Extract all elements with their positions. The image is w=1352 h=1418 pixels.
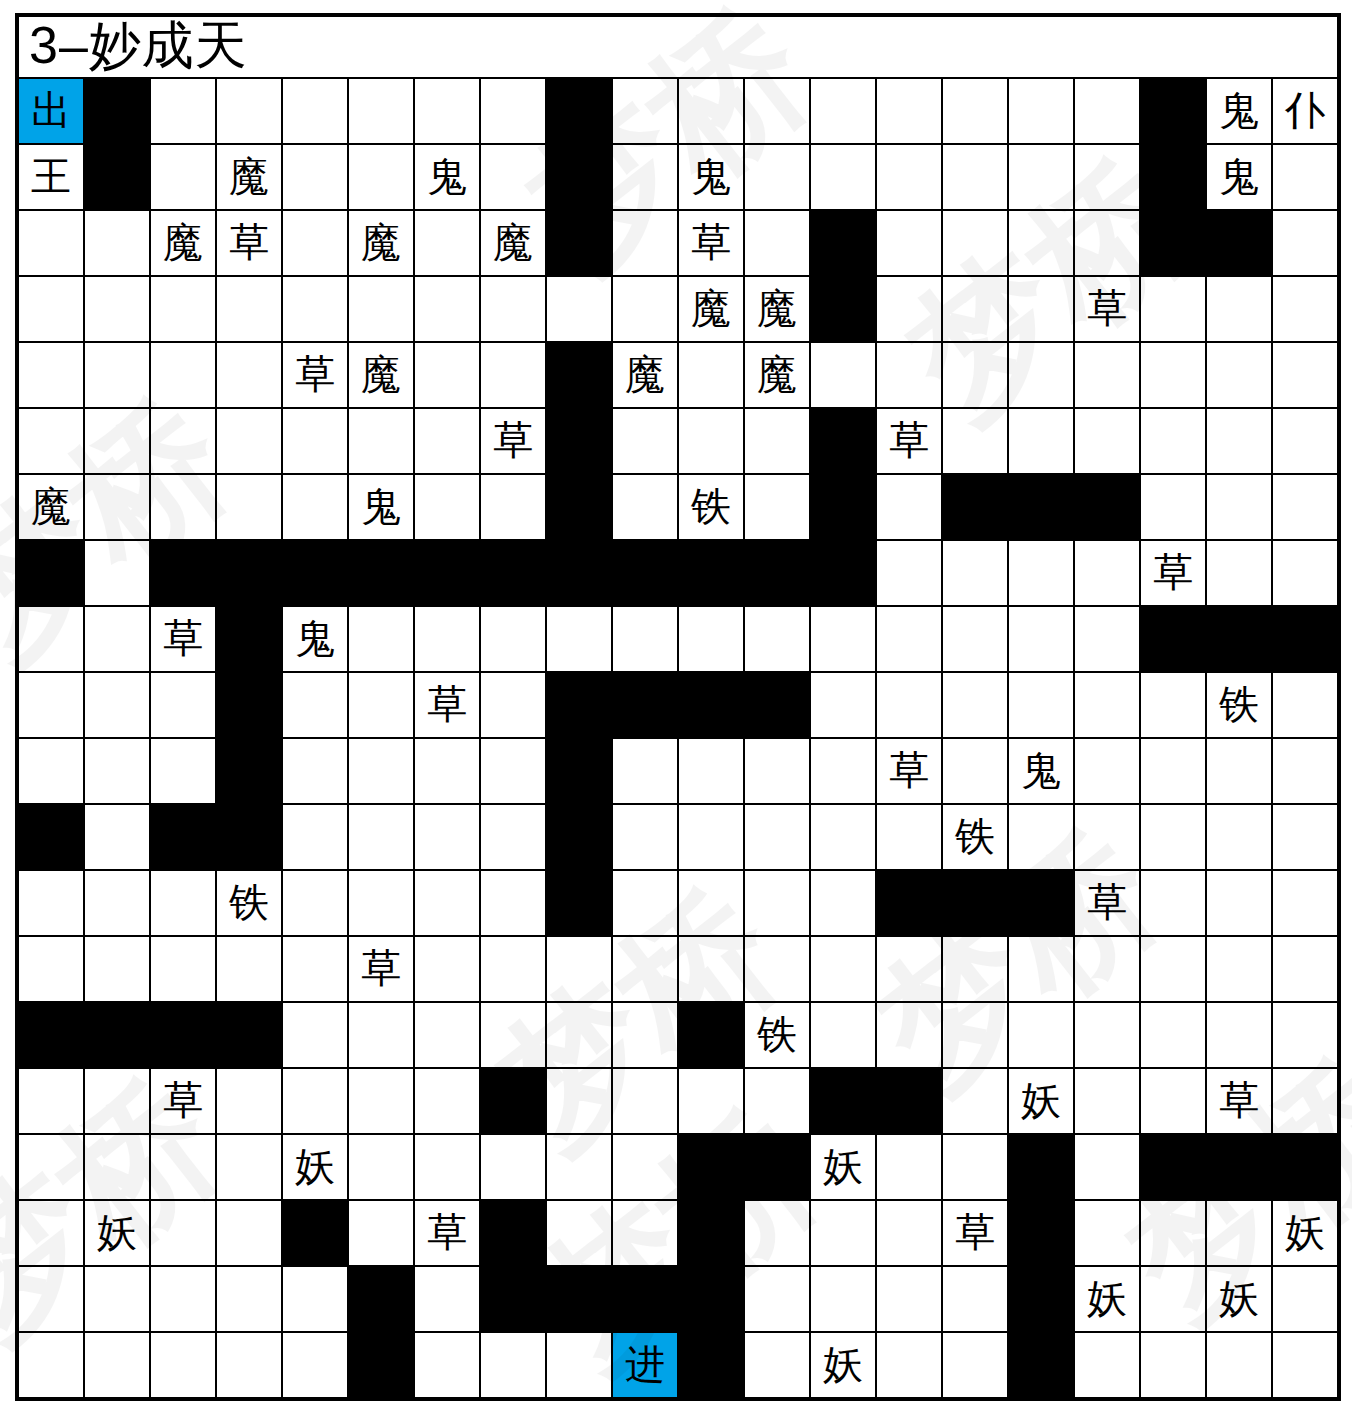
wall-cell xyxy=(217,673,281,737)
empty-cell xyxy=(85,409,149,473)
empty-cell xyxy=(283,937,347,1001)
empty-cell xyxy=(349,277,413,341)
wall-cell xyxy=(349,1267,413,1331)
marker-cell-魔: 魔 xyxy=(151,211,215,275)
empty-cell xyxy=(1273,673,1337,737)
empty-cell xyxy=(745,871,809,935)
empty-cell xyxy=(1273,1333,1337,1397)
empty-cell xyxy=(613,1201,677,1265)
empty-cell xyxy=(547,277,611,341)
empty-cell xyxy=(943,409,1007,473)
empty-cell xyxy=(613,1135,677,1199)
empty-cell xyxy=(85,277,149,341)
empty-cell xyxy=(1207,871,1271,935)
empty-cell xyxy=(1141,1201,1205,1265)
empty-cell xyxy=(217,1201,281,1265)
empty-cell xyxy=(943,1267,1007,1331)
marker-cell-草: 草 xyxy=(679,211,743,275)
wall-cell xyxy=(85,145,149,209)
empty-cell xyxy=(349,145,413,209)
marker-cell-铁: 铁 xyxy=(679,475,743,539)
empty-cell xyxy=(745,1267,809,1331)
empty-cell xyxy=(613,79,677,143)
empty-cell xyxy=(283,211,347,275)
wall-cell xyxy=(547,409,611,473)
empty-cell xyxy=(745,937,809,1001)
empty-cell xyxy=(415,1069,479,1133)
empty-cell xyxy=(415,475,479,539)
empty-cell xyxy=(1009,673,1073,737)
empty-cell xyxy=(1141,739,1205,803)
wall-cell xyxy=(283,541,347,605)
empty-cell xyxy=(481,1135,545,1199)
empty-cell xyxy=(85,1267,149,1331)
empty-cell xyxy=(349,79,413,143)
wall-cell xyxy=(679,1135,743,1199)
empty-cell xyxy=(811,1201,875,1265)
empty-cell xyxy=(679,1069,743,1133)
marker-cell-魔: 魔 xyxy=(481,211,545,275)
marker-cell-王: 王 xyxy=(19,145,83,209)
empty-cell xyxy=(745,475,809,539)
empty-cell xyxy=(481,871,545,935)
empty-cell xyxy=(1075,1201,1139,1265)
empty-cell xyxy=(283,79,347,143)
marker-cell-鬼: 鬼 xyxy=(349,475,413,539)
wall-cell xyxy=(481,1267,545,1331)
empty-cell xyxy=(19,871,83,935)
wall-cell xyxy=(547,145,611,209)
empty-cell xyxy=(1141,343,1205,407)
empty-cell xyxy=(415,937,479,1001)
empty-cell xyxy=(217,1267,281,1331)
empty-cell xyxy=(1141,277,1205,341)
empty-cell xyxy=(85,871,149,935)
wall-cell xyxy=(349,541,413,605)
wall-cell xyxy=(151,541,215,605)
empty-cell xyxy=(283,475,347,539)
wall-cell xyxy=(811,1069,875,1133)
empty-cell xyxy=(1075,541,1139,605)
empty-cell xyxy=(613,277,677,341)
wall-cell xyxy=(1141,79,1205,143)
empty-cell xyxy=(19,211,83,275)
marker-cell-草: 草 xyxy=(481,409,545,473)
empty-cell xyxy=(1207,475,1271,539)
empty-cell xyxy=(151,475,215,539)
marker-cell-鬼: 鬼 xyxy=(679,145,743,209)
empty-cell xyxy=(1207,277,1271,341)
empty-cell xyxy=(877,475,941,539)
empty-cell xyxy=(217,1333,281,1397)
empty-cell xyxy=(877,343,941,407)
empty-cell xyxy=(613,937,677,1001)
empty-cell xyxy=(877,1003,941,1067)
wall-cell xyxy=(745,1135,809,1199)
empty-cell xyxy=(1075,1333,1139,1397)
empty-cell xyxy=(943,607,1007,671)
empty-cell xyxy=(811,1003,875,1067)
empty-cell xyxy=(19,1201,83,1265)
wall-cell xyxy=(1207,211,1271,275)
marker-cell-草: 草 xyxy=(877,739,941,803)
wall-cell xyxy=(679,1003,743,1067)
wall-cell xyxy=(679,1333,743,1397)
empty-cell xyxy=(547,937,611,1001)
empty-cell xyxy=(1075,607,1139,671)
empty-cell xyxy=(283,1003,347,1067)
empty-cell xyxy=(943,79,1007,143)
wall-cell xyxy=(1075,475,1139,539)
wall-cell xyxy=(1141,211,1205,275)
empty-cell xyxy=(613,409,677,473)
empty-cell xyxy=(19,1267,83,1331)
marker-cell-鬼: 鬼 xyxy=(1207,79,1271,143)
marker-cell-草: 草 xyxy=(151,607,215,671)
empty-cell xyxy=(481,475,545,539)
wall-cell xyxy=(547,211,611,275)
empty-cell xyxy=(151,673,215,737)
empty-cell xyxy=(1075,343,1139,407)
empty-cell xyxy=(85,475,149,539)
empty-cell xyxy=(85,343,149,407)
empty-cell xyxy=(217,277,281,341)
empty-cell xyxy=(217,1069,281,1133)
empty-cell xyxy=(481,145,545,209)
empty-cell xyxy=(679,739,743,803)
wall-cell xyxy=(283,1201,347,1265)
wall-cell xyxy=(811,211,875,275)
marker-cell-魔: 魔 xyxy=(745,343,809,407)
empty-cell xyxy=(151,409,215,473)
wall-cell xyxy=(547,805,611,869)
empty-cell xyxy=(151,277,215,341)
empty-cell xyxy=(1141,409,1205,473)
wall-cell xyxy=(19,805,83,869)
empty-cell xyxy=(283,739,347,803)
empty-cell xyxy=(811,145,875,209)
empty-cell xyxy=(943,673,1007,737)
wall-cell xyxy=(943,475,1007,539)
empty-cell xyxy=(85,805,149,869)
empty-cell xyxy=(85,211,149,275)
wall-cell xyxy=(679,1267,743,1331)
empty-cell xyxy=(151,1201,215,1265)
empty-cell xyxy=(811,673,875,737)
empty-cell xyxy=(745,1201,809,1265)
empty-cell xyxy=(415,1003,479,1067)
marker-cell-草: 草 xyxy=(1141,541,1205,605)
empty-cell xyxy=(1273,145,1337,209)
empty-cell xyxy=(217,1135,281,1199)
empty-cell xyxy=(19,607,83,671)
empty-cell xyxy=(151,937,215,1001)
empty-cell xyxy=(415,409,479,473)
empty-cell xyxy=(1273,871,1337,935)
marker-cell-妖: 妖 xyxy=(283,1135,347,1199)
empty-cell xyxy=(811,805,875,869)
empty-cell xyxy=(1009,607,1073,671)
empty-cell xyxy=(679,607,743,671)
wall-cell xyxy=(217,607,281,671)
empty-cell xyxy=(85,1069,149,1133)
wall-cell xyxy=(349,1333,413,1397)
wall-cell xyxy=(943,871,1007,935)
empty-cell xyxy=(613,871,677,935)
empty-cell xyxy=(1207,739,1271,803)
wall-cell xyxy=(613,673,677,737)
marker-cell-鬼: 鬼 xyxy=(1207,145,1271,209)
empty-cell xyxy=(1273,541,1337,605)
wall-cell xyxy=(1009,871,1073,935)
title-bar: 3–妙成天 xyxy=(19,17,1337,79)
empty-cell xyxy=(811,79,875,143)
empty-cell xyxy=(151,871,215,935)
wall-cell xyxy=(1141,607,1205,671)
empty-cell xyxy=(679,937,743,1001)
empty-cell xyxy=(85,607,149,671)
wall-cell xyxy=(19,541,83,605)
wall-cell xyxy=(19,1003,83,1067)
empty-cell xyxy=(19,739,83,803)
empty-cell xyxy=(613,739,677,803)
empty-cell xyxy=(877,79,941,143)
empty-cell xyxy=(877,211,941,275)
empty-cell xyxy=(1075,1069,1139,1133)
empty-cell xyxy=(943,739,1007,803)
empty-cell xyxy=(745,211,809,275)
marker-cell-魔: 魔 xyxy=(349,211,413,275)
wall-cell xyxy=(547,475,611,539)
wall-cell xyxy=(613,541,677,605)
empty-cell xyxy=(481,79,545,143)
wall-cell xyxy=(745,673,809,737)
empty-cell xyxy=(1009,211,1073,275)
empty-cell xyxy=(1009,409,1073,473)
empty-cell xyxy=(1141,937,1205,1001)
empty-cell xyxy=(217,475,281,539)
empty-cell xyxy=(1207,937,1271,1001)
empty-cell xyxy=(1273,409,1337,473)
empty-cell xyxy=(217,937,281,1001)
empty-cell xyxy=(151,145,215,209)
wall-cell xyxy=(217,1003,281,1067)
empty-cell xyxy=(943,277,1007,341)
empty-cell xyxy=(283,277,347,341)
empty-cell xyxy=(481,673,545,737)
empty-cell xyxy=(1273,1267,1337,1331)
empty-cell xyxy=(1009,805,1073,869)
empty-cell xyxy=(811,1267,875,1331)
empty-cell xyxy=(1141,475,1205,539)
empty-cell xyxy=(415,607,479,671)
marker-cell-魔: 魔 xyxy=(349,343,413,407)
marker-cell-妖: 妖 xyxy=(811,1333,875,1397)
empty-cell xyxy=(877,1333,941,1397)
empty-cell xyxy=(679,871,743,935)
marker-cell-铁: 铁 xyxy=(943,805,1007,869)
empty-cell xyxy=(481,277,545,341)
empty-cell xyxy=(877,1135,941,1199)
maze-grid: 出鬼仆王魔鬼鬼鬼魔草魔魔草魔魔草草魔魔魔草草魔鬼铁草草鬼草铁草鬼铁铁草草铁草妖草… xyxy=(19,79,1337,1397)
empty-cell xyxy=(613,1003,677,1067)
empty-cell xyxy=(1273,343,1337,407)
empty-cell xyxy=(19,937,83,1001)
empty-cell xyxy=(19,343,83,407)
wall-cell xyxy=(1141,1135,1205,1199)
empty-cell xyxy=(349,1003,413,1067)
empty-cell xyxy=(1141,805,1205,869)
empty-cell xyxy=(1075,937,1139,1001)
empty-cell xyxy=(1075,673,1139,737)
empty-cell xyxy=(613,145,677,209)
empty-cell xyxy=(1273,1003,1337,1067)
empty-cell xyxy=(745,1069,809,1133)
empty-cell xyxy=(283,1333,347,1397)
empty-cell xyxy=(1273,277,1337,341)
wall-cell xyxy=(481,541,545,605)
marker-cell-草: 草 xyxy=(349,937,413,1001)
empty-cell xyxy=(1141,673,1205,737)
empty-cell xyxy=(1207,343,1271,407)
empty-cell xyxy=(877,145,941,209)
empty-cell xyxy=(943,343,1007,407)
empty-cell xyxy=(349,871,413,935)
empty-cell xyxy=(1273,739,1337,803)
empty-cell xyxy=(283,1069,347,1133)
empty-cell xyxy=(1273,211,1337,275)
empty-cell xyxy=(613,607,677,671)
entrance-cell: 进 xyxy=(613,1333,677,1397)
empty-cell xyxy=(349,607,413,671)
wall-cell xyxy=(1009,475,1073,539)
empty-cell xyxy=(1075,211,1139,275)
marker-cell-鬼: 鬼 xyxy=(283,607,347,671)
wall-cell xyxy=(85,79,149,143)
wall-cell xyxy=(151,805,215,869)
empty-cell xyxy=(283,805,347,869)
marker-cell-鬼: 鬼 xyxy=(1009,739,1073,803)
empty-cell xyxy=(1075,145,1139,209)
empty-cell xyxy=(1273,805,1337,869)
empty-cell xyxy=(415,79,479,143)
empty-cell xyxy=(1141,871,1205,935)
marker-cell-草: 草 xyxy=(877,409,941,473)
marker-cell-妖: 妖 xyxy=(1075,1267,1139,1331)
empty-cell xyxy=(547,607,611,671)
wall-cell xyxy=(217,739,281,803)
marker-cell-魔: 魔 xyxy=(19,475,83,539)
marker-cell-魔: 魔 xyxy=(217,145,281,209)
empty-cell xyxy=(1207,1333,1271,1397)
empty-cell xyxy=(1273,475,1337,539)
wall-cell xyxy=(85,1003,149,1067)
wall-cell xyxy=(811,541,875,605)
empty-cell xyxy=(415,871,479,935)
wall-cell xyxy=(1009,1135,1073,1199)
empty-cell xyxy=(481,1003,545,1067)
wall-cell xyxy=(1009,1201,1073,1265)
empty-cell xyxy=(85,541,149,605)
empty-cell xyxy=(283,673,347,737)
empty-cell xyxy=(1273,1069,1337,1133)
wall-cell xyxy=(547,343,611,407)
empty-cell xyxy=(19,409,83,473)
empty-cell xyxy=(1075,409,1139,473)
empty-cell xyxy=(481,937,545,1001)
empty-cell xyxy=(85,673,149,737)
empty-cell xyxy=(943,145,1007,209)
wall-cell xyxy=(415,541,479,605)
wall-cell xyxy=(547,739,611,803)
empty-cell xyxy=(679,79,743,143)
marker-cell-魔: 魔 xyxy=(679,277,743,341)
empty-cell xyxy=(811,607,875,671)
empty-cell xyxy=(217,343,281,407)
marker-cell-魔: 魔 xyxy=(745,277,809,341)
marker-cell-草: 草 xyxy=(1075,277,1139,341)
empty-cell xyxy=(151,79,215,143)
wall-cell xyxy=(679,1201,743,1265)
empty-cell xyxy=(547,1333,611,1397)
empty-cell xyxy=(85,1135,149,1199)
wall-cell xyxy=(547,1267,611,1331)
empty-cell xyxy=(745,145,809,209)
wall-cell xyxy=(547,79,611,143)
empty-cell xyxy=(613,211,677,275)
empty-cell xyxy=(1207,1201,1271,1265)
wall-cell xyxy=(547,541,611,605)
empty-cell xyxy=(613,805,677,869)
marker-cell-铁: 铁 xyxy=(745,1003,809,1067)
wall-cell xyxy=(547,871,611,935)
empty-cell xyxy=(481,805,545,869)
empty-cell xyxy=(943,1003,1007,1067)
empty-cell xyxy=(1075,1003,1139,1067)
empty-cell xyxy=(349,1069,413,1133)
wall-cell xyxy=(547,673,611,737)
empty-cell xyxy=(1009,79,1073,143)
empty-cell xyxy=(481,1333,545,1397)
empty-cell xyxy=(679,343,743,407)
empty-cell xyxy=(547,1003,611,1067)
empty-cell xyxy=(349,1201,413,1265)
empty-cell xyxy=(349,409,413,473)
marker-cell-魔: 魔 xyxy=(613,343,677,407)
empty-cell xyxy=(745,805,809,869)
empty-cell xyxy=(877,673,941,737)
empty-cell xyxy=(481,607,545,671)
wall-cell xyxy=(481,1201,545,1265)
wall-cell xyxy=(1009,1267,1073,1331)
marker-cell-草: 草 xyxy=(217,211,281,275)
wall-cell xyxy=(877,871,941,935)
empty-cell xyxy=(349,1135,413,1199)
empty-cell xyxy=(415,1333,479,1397)
empty-cell xyxy=(19,1135,83,1199)
empty-cell xyxy=(1141,1069,1205,1133)
wall-cell xyxy=(1273,1135,1337,1199)
empty-cell xyxy=(943,937,1007,1001)
marker-cell-草: 草 xyxy=(943,1201,1007,1265)
empty-cell xyxy=(1207,409,1271,473)
empty-cell xyxy=(1141,1333,1205,1397)
wall-cell xyxy=(1141,145,1205,209)
empty-cell xyxy=(745,1333,809,1397)
wall-cell xyxy=(811,409,875,473)
empty-cell xyxy=(1207,805,1271,869)
empty-cell xyxy=(811,937,875,1001)
